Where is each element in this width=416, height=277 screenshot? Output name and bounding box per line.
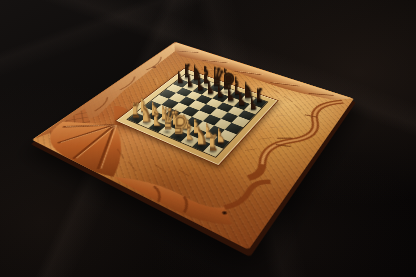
photo-stage: ♜♞♝♛♚♝♞♜♟♟♟♟♟♟♟♟♟♟♟♟♟♟♟♟♜♞♝♛♚♝♞♜ — [0, 0, 416, 277]
carved-wood-frame: ♜♞♝♛♚♝♞♜♟♟♟♟♟♟♟♟♟♟♟♟♟♟♟♟♜♞♝♛♚♝♞♜ — [32, 42, 354, 250]
chessboard: ♜♞♝♛♚♝♞♜♟♟♟♟♟♟♟♟♟♟♟♟♟♟♟♟♜♞♝♛♚♝♞♜ — [126, 73, 268, 158]
chessboard-frame: ♜♞♝♛♚♝♞♜♟♟♟♟♟♟♟♟♟♟♟♟♟♟♟♟♜♞♝♛♚♝♞♜ — [115, 68, 279, 166]
square-h1[interactable]: ♜ — [204, 144, 223, 157]
scale-pattern-carving — [40, 108, 111, 152]
